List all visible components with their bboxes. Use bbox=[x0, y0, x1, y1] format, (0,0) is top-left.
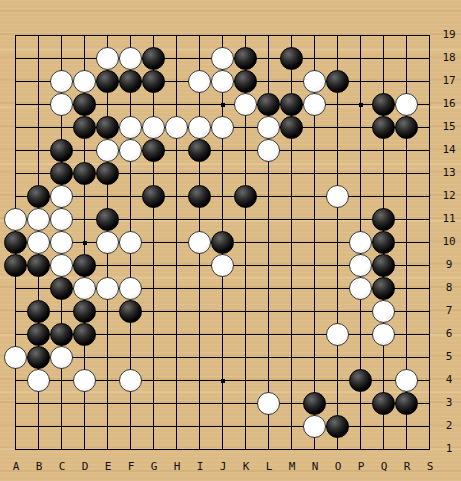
black-stone bbox=[142, 139, 165, 162]
row-label-13: 13 bbox=[438, 166, 460, 180]
white-stone bbox=[372, 323, 395, 346]
white-stone bbox=[4, 346, 27, 369]
row-label-11: 11 bbox=[438, 212, 460, 226]
black-stone bbox=[211, 231, 234, 254]
black-stone bbox=[50, 162, 73, 185]
white-stone bbox=[119, 47, 142, 70]
white-stone bbox=[165, 116, 188, 139]
white-stone bbox=[4, 208, 27, 231]
hoshi-point bbox=[221, 379, 225, 383]
white-stone bbox=[96, 139, 119, 162]
black-stone bbox=[96, 116, 119, 139]
black-stone bbox=[27, 323, 50, 346]
black-stone bbox=[73, 116, 96, 139]
black-stone bbox=[395, 116, 418, 139]
white-stone bbox=[96, 277, 119, 300]
row-label-3: 3 bbox=[438, 396, 460, 410]
row-label-9: 9 bbox=[438, 258, 460, 272]
black-stone bbox=[372, 116, 395, 139]
black-stone bbox=[280, 93, 303, 116]
black-stone bbox=[326, 415, 349, 438]
row-label-15: 15 bbox=[438, 120, 460, 134]
white-stone bbox=[395, 369, 418, 392]
black-stone bbox=[27, 300, 50, 323]
row-label-19: 19 bbox=[438, 28, 460, 42]
black-stone bbox=[372, 93, 395, 116]
white-stone bbox=[96, 231, 119, 254]
column-label-R: R bbox=[400, 460, 414, 474]
black-stone bbox=[372, 254, 395, 277]
column-label-J: J bbox=[216, 460, 230, 474]
white-stone bbox=[119, 116, 142, 139]
white-stone bbox=[50, 254, 73, 277]
white-stone bbox=[50, 231, 73, 254]
column-label-D: D bbox=[78, 460, 92, 474]
black-stone bbox=[50, 323, 73, 346]
white-stone bbox=[349, 254, 372, 277]
black-stone bbox=[372, 277, 395, 300]
white-stone bbox=[119, 277, 142, 300]
column-label-H: H bbox=[170, 460, 184, 474]
black-stone bbox=[27, 254, 50, 277]
black-stone bbox=[96, 162, 119, 185]
black-stone bbox=[73, 162, 96, 185]
column-label-I: I bbox=[193, 460, 207, 474]
hoshi-point bbox=[221, 103, 225, 107]
black-stone bbox=[4, 231, 27, 254]
white-stone bbox=[188, 70, 211, 93]
white-stone bbox=[349, 231, 372, 254]
white-stone bbox=[326, 323, 349, 346]
row-label-6: 6 bbox=[438, 327, 460, 341]
row-label-4: 4 bbox=[438, 373, 460, 387]
black-stone bbox=[234, 185, 257, 208]
white-stone bbox=[303, 70, 326, 93]
white-stone bbox=[50, 208, 73, 231]
board-grid[interactable] bbox=[15, 35, 430, 450]
column-label-K: K bbox=[239, 460, 253, 474]
column-label-O: O bbox=[331, 460, 345, 474]
black-stone bbox=[50, 139, 73, 162]
column-label-Q: Q bbox=[377, 460, 391, 474]
white-stone bbox=[50, 93, 73, 116]
row-label-2: 2 bbox=[438, 419, 460, 433]
white-stone bbox=[211, 70, 234, 93]
column-label-F: F bbox=[124, 460, 138, 474]
column-label-B: B bbox=[32, 460, 46, 474]
white-stone bbox=[303, 415, 326, 438]
black-stone bbox=[50, 277, 73, 300]
white-stone bbox=[188, 116, 211, 139]
column-label-P: P bbox=[354, 460, 368, 474]
white-stone bbox=[50, 70, 73, 93]
column-label-A: A bbox=[9, 460, 23, 474]
white-stone bbox=[142, 116, 165, 139]
black-stone bbox=[188, 185, 211, 208]
white-stone bbox=[372, 300, 395, 323]
black-stone bbox=[349, 369, 372, 392]
white-stone bbox=[73, 70, 96, 93]
black-stone bbox=[234, 47, 257, 70]
white-stone bbox=[395, 93, 418, 116]
column-label-G: G bbox=[147, 460, 161, 474]
row-label-12: 12 bbox=[438, 189, 460, 203]
black-stone bbox=[280, 116, 303, 139]
black-stone bbox=[73, 254, 96, 277]
white-stone bbox=[27, 208, 50, 231]
white-stone bbox=[27, 231, 50, 254]
white-stone bbox=[257, 392, 280, 415]
white-stone bbox=[211, 116, 234, 139]
white-stone bbox=[50, 185, 73, 208]
black-stone bbox=[73, 93, 96, 116]
black-stone bbox=[372, 231, 395, 254]
white-stone bbox=[119, 231, 142, 254]
row-label-7: 7 bbox=[438, 304, 460, 318]
black-stone bbox=[73, 323, 96, 346]
white-stone bbox=[257, 139, 280, 162]
black-stone bbox=[188, 139, 211, 162]
column-label-C: C bbox=[55, 460, 69, 474]
row-label-10: 10 bbox=[438, 235, 460, 249]
column-label-E: E bbox=[101, 460, 115, 474]
black-stone bbox=[73, 300, 96, 323]
row-label-16: 16 bbox=[438, 97, 460, 111]
black-stone bbox=[280, 47, 303, 70]
white-stone bbox=[211, 47, 234, 70]
black-stone bbox=[142, 185, 165, 208]
white-stone bbox=[27, 369, 50, 392]
black-stone bbox=[372, 208, 395, 231]
black-stone bbox=[96, 208, 119, 231]
row-label-18: 18 bbox=[438, 51, 460, 65]
black-stone bbox=[257, 93, 280, 116]
row-label-1: 1 bbox=[438, 442, 460, 456]
white-stone bbox=[50, 346, 73, 369]
black-stone bbox=[326, 70, 349, 93]
white-stone bbox=[73, 369, 96, 392]
white-stone bbox=[349, 277, 372, 300]
black-stone bbox=[27, 185, 50, 208]
black-stone bbox=[395, 392, 418, 415]
white-stone bbox=[211, 254, 234, 277]
white-stone bbox=[73, 277, 96, 300]
black-stone bbox=[119, 70, 142, 93]
hoshi-point bbox=[83, 241, 87, 245]
row-label-8: 8 bbox=[438, 281, 460, 295]
black-stone bbox=[119, 300, 142, 323]
black-stone bbox=[303, 392, 326, 415]
column-label-L: L bbox=[262, 460, 276, 474]
white-stone bbox=[119, 139, 142, 162]
white-stone bbox=[303, 93, 326, 116]
row-label-5: 5 bbox=[438, 350, 460, 364]
black-stone bbox=[4, 254, 27, 277]
white-stone bbox=[326, 185, 349, 208]
black-stone bbox=[27, 346, 50, 369]
black-stone bbox=[96, 70, 119, 93]
row-label-14: 14 bbox=[438, 143, 460, 157]
black-stone bbox=[142, 70, 165, 93]
white-stone bbox=[96, 47, 119, 70]
white-stone bbox=[188, 231, 211, 254]
go-board-page: ABCDEFGHIJKLMNOPQRS 19181716151413121110… bbox=[0, 0, 461, 481]
black-stone bbox=[234, 70, 257, 93]
white-stone bbox=[257, 116, 280, 139]
row-label-17: 17 bbox=[438, 74, 460, 88]
column-label-S: S bbox=[423, 460, 437, 474]
black-stone bbox=[142, 47, 165, 70]
black-stone bbox=[372, 392, 395, 415]
column-label-N: N bbox=[308, 460, 322, 474]
column-label-M: M bbox=[285, 460, 299, 474]
white-stone bbox=[234, 93, 257, 116]
hoshi-point bbox=[359, 103, 363, 107]
white-stone bbox=[119, 369, 142, 392]
